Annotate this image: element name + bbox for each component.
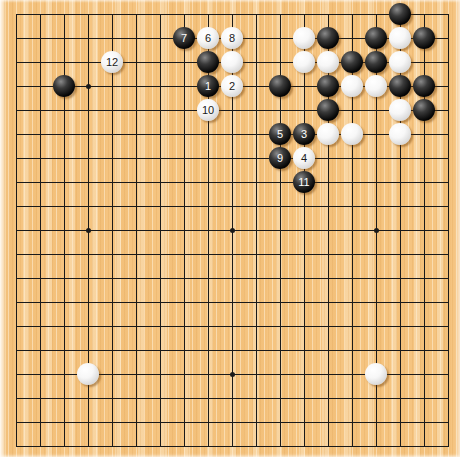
move-number-label: 8 xyxy=(229,33,235,44)
stone-black xyxy=(413,99,435,121)
stone-white xyxy=(341,75,363,97)
star-point xyxy=(230,228,235,233)
stone-black xyxy=(413,75,435,97)
move-number-label: 3 xyxy=(301,129,307,140)
stone-black-move-11: 11 xyxy=(293,171,315,193)
stone-white-move-4: 4 xyxy=(293,147,315,169)
stone-white xyxy=(389,123,411,145)
stone-black-move-1: 1 xyxy=(197,75,219,97)
stone-black-move-9: 9 xyxy=(269,147,291,169)
stone-black-move-5: 5 xyxy=(269,123,291,145)
move-number-label: 7 xyxy=(181,33,187,44)
stone-white xyxy=(389,51,411,73)
stone-black xyxy=(341,51,363,73)
move-number-label: 4 xyxy=(301,153,307,164)
move-number-label: 11 xyxy=(298,177,309,188)
stone-white xyxy=(389,99,411,121)
stone-black-move-3: 3 xyxy=(293,123,315,145)
stone-white xyxy=(221,51,243,73)
stone-white-move-2: 2 xyxy=(221,75,243,97)
stone-white xyxy=(365,363,387,385)
stone-black xyxy=(365,51,387,73)
move-number-label: 5 xyxy=(277,129,283,140)
stone-black xyxy=(413,27,435,49)
stone-black xyxy=(317,99,339,121)
stone-white xyxy=(317,51,339,73)
stone-black-move-7: 7 xyxy=(173,27,195,49)
stone-black xyxy=(389,75,411,97)
star-point xyxy=(86,228,91,233)
stone-black xyxy=(317,75,339,97)
star-point xyxy=(230,372,235,377)
stone-white xyxy=(365,75,387,97)
move-number-label: 6 xyxy=(205,33,211,44)
stone-black xyxy=(389,3,411,25)
move-number-label: 2 xyxy=(229,81,235,92)
move-number-label: 10 xyxy=(202,105,214,116)
move-number-label: 9 xyxy=(277,153,283,164)
stone-black xyxy=(197,51,219,73)
move-number-label: 12 xyxy=(106,57,118,68)
stone-white-move-8: 8 xyxy=(221,27,243,49)
stone-white-move-6: 6 xyxy=(197,27,219,49)
stone-black xyxy=(53,75,75,97)
stone-white xyxy=(293,27,315,49)
go-diagram: 768121210539411 xyxy=(0,0,460,457)
go-board[interactable]: 768121210539411 xyxy=(0,0,460,457)
stone-white-move-12: 12 xyxy=(101,51,123,73)
stone-black xyxy=(269,75,291,97)
move-number-label: 1 xyxy=(205,81,211,92)
stone-white xyxy=(317,123,339,145)
stone-black xyxy=(317,27,339,49)
star-point xyxy=(86,84,91,89)
stone-black xyxy=(365,27,387,49)
stone-white xyxy=(341,123,363,145)
stone-white xyxy=(77,363,99,385)
stone-white xyxy=(293,51,315,73)
star-point xyxy=(374,228,379,233)
stone-white-move-10: 10 xyxy=(197,99,219,121)
stone-white xyxy=(389,27,411,49)
